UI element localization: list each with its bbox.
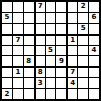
sudoku-cell-r5c2[interactable]	[13, 46, 23, 56]
sudoku-cell-r7c7[interactable]: 7	[67, 67, 77, 77]
sudoku-cell-r4c5[interactable]	[46, 35, 56, 45]
sudoku-cell-r9c6[interactable]	[56, 89, 66, 99]
sudoku-cell-r2c2[interactable]	[13, 13, 23, 23]
sudoku-cell-r8c3[interactable]	[24, 78, 34, 88]
sudoku-cell-r9c4[interactable]	[35, 89, 45, 99]
sudoku-cell-r6c8[interactable]	[78, 56, 88, 66]
sudoku-cell-r4c2[interactable]: 7	[13, 35, 23, 45]
sudoku-cell-r4c7[interactable]: 1	[67, 35, 77, 45]
sudoku-cell-r4c3[interactable]	[24, 35, 34, 45]
sudoku-cell-r2c4[interactable]	[35, 13, 45, 23]
sudoku-cell-r1c4[interactable]: 7	[35, 2, 45, 12]
sudoku-cell-r6c9[interactable]	[89, 56, 99, 66]
sudoku-cell-r5c8[interactable]	[78, 46, 88, 56]
sudoku-cell-r6c4[interactable]	[35, 56, 45, 66]
sudoku-cell-r1c8[interactable]: 2	[78, 2, 88, 12]
sudoku-cell-r4c9[interactable]	[89, 35, 99, 45]
sudoku-cell-r8c6[interactable]	[56, 78, 66, 88]
sudoku-cell-r8c1[interactable]	[2, 78, 12, 88]
sudoku-cell-r7c1[interactable]	[2, 67, 12, 77]
sudoku-cell-r5c1[interactable]	[2, 46, 12, 56]
sudoku-cell-r3c4[interactable]	[35, 24, 45, 34]
sudoku-cell-r2c9[interactable]: 6	[89, 13, 99, 23]
sudoku-cell-r7c5[interactable]	[46, 67, 56, 77]
sudoku-cell-r8c4[interactable]: 3	[35, 78, 45, 88]
sudoku-cell-r7c3[interactable]	[24, 67, 34, 77]
sudoku-cell-r8c7[interactable]: 4	[67, 78, 77, 88]
sudoku-cell-r9c3[interactable]	[24, 89, 34, 99]
sudoku-cell-r6c1[interactable]	[2, 56, 12, 66]
sudoku-cell-r9c1[interactable]: 2	[2, 89, 12, 99]
sudoku-cell-r7c8[interactable]	[78, 67, 88, 77]
sudoku-cell-r1c2[interactable]	[13, 2, 23, 12]
sudoku-cell-r5c3[interactable]	[24, 46, 34, 56]
sudoku-cell-r5c5[interactable]: 5	[46, 46, 56, 56]
sudoku-cell-r2c8[interactable]	[78, 13, 88, 23]
sudoku-cell-r8c2[interactable]	[13, 78, 23, 88]
sudoku-cell-r7c9[interactable]	[89, 67, 99, 77]
sudoku-cell-r3c9[interactable]	[89, 24, 99, 34]
sudoku-cell-r1c5[interactable]	[46, 2, 56, 12]
sudoku-cell-r3c7[interactable]	[67, 24, 77, 34]
sudoku-cell-r7c6[interactable]	[56, 67, 66, 77]
sudoku-cell-r3c5[interactable]	[46, 24, 56, 34]
sudoku-cell-r2c5[interactable]	[46, 13, 56, 23]
sudoku-cell-r9c2[interactable]	[13, 89, 23, 99]
sudoku-cell-r3c2[interactable]	[13, 24, 23, 34]
sudoku-cell-r1c3[interactable]	[24, 2, 34, 12]
sudoku-cell-r3c6[interactable]	[56, 24, 66, 34]
sudoku-cell-r4c1[interactable]	[2, 35, 12, 45]
sudoku-cell-r9c8[interactable]	[78, 89, 88, 99]
sudoku-cell-r1c1[interactable]	[2, 2, 12, 12]
sudoku-cell-r8c9[interactable]	[89, 78, 99, 88]
sudoku-cell-r6c6[interactable]: 9	[56, 56, 66, 66]
sudoku-cell-r6c5[interactable]	[46, 56, 56, 66]
sudoku-cell-r6c7[interactable]	[67, 56, 77, 66]
sudoku-cell-r2c1[interactable]: 5	[2, 13, 12, 23]
sudoku-cell-r8c5[interactable]	[46, 78, 56, 88]
sudoku-cell-r3c1[interactable]	[2, 24, 12, 34]
sudoku-cell-r4c8[interactable]	[78, 35, 88, 45]
sudoku-cell-r6c2[interactable]	[13, 56, 23, 66]
sudoku-cell-r9c5[interactable]	[46, 89, 56, 99]
sudoku-cell-r4c4[interactable]	[35, 35, 45, 45]
sudoku-cell-r1c6[interactable]	[56, 2, 66, 12]
sudoku-cell-r1c7[interactable]	[67, 2, 77, 12]
sudoku-cell-r7c2[interactable]: 1	[13, 67, 23, 77]
sudoku-cell-r3c3[interactable]	[24, 24, 34, 34]
sudoku-cell-r6c3[interactable]: 8	[24, 56, 34, 66]
sudoku-cell-r5c4[interactable]	[35, 46, 45, 56]
sudoku-cell-r9c9[interactable]	[89, 89, 99, 99]
sudoku-cell-r5c9[interactable]: 4	[89, 46, 99, 56]
sudoku-board: 72565715489187342	[0, 0, 101, 101]
sudoku-cell-r5c7[interactable]	[67, 46, 77, 56]
sudoku-cell-r2c6[interactable]	[56, 13, 66, 23]
sudoku-cell-r1c9[interactable]	[89, 2, 99, 12]
sudoku-cell-r5c6[interactable]	[56, 46, 66, 56]
sudoku-cell-r2c3[interactable]	[24, 13, 34, 23]
sudoku-cell-r7c4[interactable]: 8	[35, 67, 45, 77]
sudoku-cell-r4c6[interactable]	[56, 35, 66, 45]
sudoku-cell-r2c7[interactable]	[67, 13, 77, 23]
sudoku-cell-r9c7[interactable]	[67, 89, 77, 99]
sudoku-cell-r8c8[interactable]	[78, 78, 88, 88]
sudoku-cell-r3c8[interactable]: 5	[78, 24, 88, 34]
